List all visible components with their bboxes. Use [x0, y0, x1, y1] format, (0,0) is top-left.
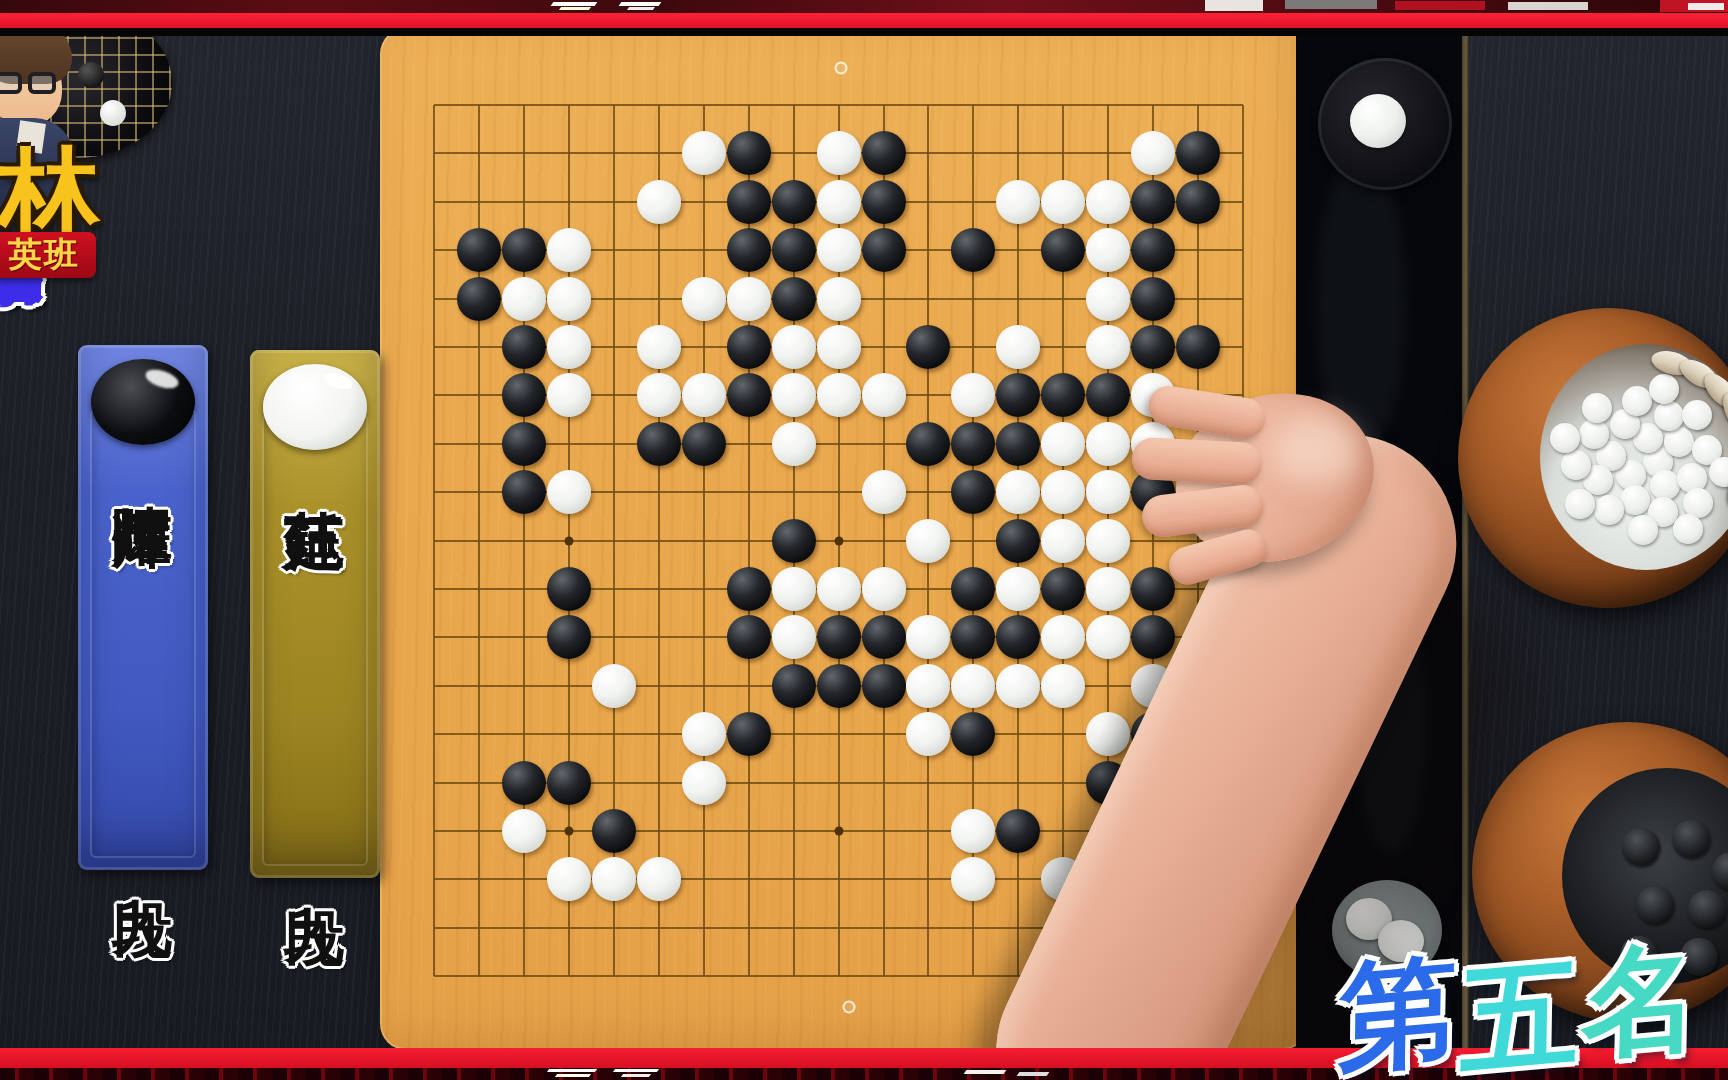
bowl-black-stone	[1622, 828, 1660, 866]
white-stone	[951, 373, 995, 417]
white-stone	[772, 325, 816, 369]
emblem-black-stone	[78, 62, 104, 88]
glitch-artifact	[555, 1074, 591, 1077]
black-stone	[727, 180, 771, 224]
bowl-white-stone	[1649, 374, 1679, 404]
black-stone	[996, 422, 1040, 466]
black-stone	[817, 664, 861, 708]
black-stone	[727, 131, 771, 175]
glitch-artifact	[1395, 1, 1485, 10]
white-stone	[637, 325, 681, 369]
black-player-name: 陳耀燁	[100, 457, 186, 463]
bowl-white-stone	[1650, 470, 1680, 500]
white-stone	[1041, 180, 1085, 224]
white-stone	[1086, 277, 1130, 321]
white-stone	[772, 567, 816, 611]
top-banner-red	[0, 13, 1728, 28]
white-stone	[682, 373, 726, 417]
white-stone	[1086, 422, 1130, 466]
black-stone	[996, 809, 1040, 853]
emblem-white-stone	[100, 100, 126, 126]
black-stone	[682, 422, 726, 466]
white-stone	[1041, 422, 1085, 466]
hand-highlight	[1270, 415, 1360, 485]
star-point	[564, 536, 573, 545]
black-stone	[727, 228, 771, 272]
white-stone	[1086, 712, 1130, 756]
black-stone	[817, 615, 861, 659]
white-player-name: 范廷鈺	[272, 462, 358, 468]
white-stone	[727, 277, 771, 321]
black-stone	[862, 228, 906, 272]
bowl-white-stone	[1664, 427, 1694, 457]
glitch-artifact	[627, 7, 655, 10]
white-stone	[547, 228, 591, 272]
white-stone	[817, 277, 861, 321]
bowl-black-stone	[1636, 886, 1674, 924]
black-stone	[502, 373, 546, 417]
bowl-white-stone	[1673, 514, 1703, 544]
black-stone	[1176, 180, 1220, 224]
white-stone	[682, 761, 726, 805]
black-stone	[502, 325, 546, 369]
ranking-title-char: 第	[1337, 943, 1457, 1080]
white-stone	[637, 373, 681, 417]
white-stone	[547, 373, 591, 417]
white-stone	[951, 664, 995, 708]
black-stone	[862, 664, 906, 708]
black-stone	[637, 422, 681, 466]
black-stone	[1131, 180, 1175, 224]
star-point	[834, 536, 843, 545]
black-stone	[772, 277, 816, 321]
logo-text: 小林	[22, 128, 124, 246]
white-stone	[906, 519, 950, 563]
white-stone	[547, 325, 591, 369]
white-player-plate: 范廷鈺 九段	[250, 350, 380, 878]
white-stone	[1086, 325, 1130, 369]
black-stone	[951, 470, 995, 514]
black-stone	[502, 761, 546, 805]
white-stone	[996, 470, 1040, 514]
white-stone	[682, 712, 726, 756]
white-stone	[772, 615, 816, 659]
white-stone	[817, 228, 861, 272]
glitch-artifact	[613, 1069, 659, 1072]
black-stone	[1131, 228, 1175, 272]
black-stone	[547, 615, 591, 659]
white-stone	[906, 712, 950, 756]
star-point	[834, 827, 843, 836]
board-marker-dot	[843, 1001, 856, 1014]
black-stone	[862, 180, 906, 224]
black-player-plate: 陳耀燁 九段	[78, 345, 208, 870]
glitch-artifact	[1508, 2, 1588, 10]
white-stone	[637, 180, 681, 224]
white-stone	[772, 373, 816, 417]
white-stone	[862, 373, 906, 417]
white-stone	[1086, 615, 1130, 659]
star-point	[564, 827, 573, 836]
board-marker-dot	[835, 62, 848, 75]
glitch-artifact	[1017, 1072, 1050, 1076]
captured-stones-lid-top	[1318, 58, 1452, 190]
bowl-white-stone	[1565, 489, 1595, 519]
glitch-artifact	[964, 1070, 1007, 1074]
white-stone	[547, 857, 591, 901]
white-stone-icon	[263, 364, 367, 450]
black-stone	[862, 131, 906, 175]
black-stone	[727, 615, 771, 659]
glitch-artifact	[551, 2, 598, 6]
black-stone-icon	[91, 359, 195, 445]
white-stone	[996, 664, 1040, 708]
black-stone	[996, 615, 1040, 659]
black-stone	[1131, 615, 1175, 659]
black-stone	[502, 422, 546, 466]
glitch-artifact	[1285, 0, 1377, 9]
black-stone	[727, 712, 771, 756]
bowl-white-stone	[1594, 495, 1624, 525]
white-stone	[817, 325, 861, 369]
white-stone	[682, 131, 726, 175]
black-stone	[996, 519, 1040, 563]
black-stone	[1041, 373, 1085, 417]
black-stone	[457, 228, 501, 272]
white-stone	[1086, 470, 1130, 514]
white-stone	[1041, 470, 1085, 514]
bowl-white-stone	[1620, 485, 1650, 515]
white-stone	[951, 809, 995, 853]
black-stone	[502, 228, 546, 272]
white-stone	[547, 277, 591, 321]
bowl-white-stone	[1582, 393, 1612, 423]
black-stone	[951, 712, 995, 756]
white-stone	[862, 470, 906, 514]
glitch-artifact	[1688, 3, 1724, 10]
bowl-white-stone	[1682, 400, 1712, 430]
white-stone	[1086, 180, 1130, 224]
black-stone	[457, 277, 501, 321]
avatar-glasses-icon	[0, 72, 56, 94]
black-stone	[727, 325, 771, 369]
black-stone	[502, 470, 546, 514]
white-stone	[951, 857, 995, 901]
ranking-title-char: 名	[1581, 929, 1701, 1080]
white-stone	[862, 567, 906, 611]
glitch-artifact	[619, 2, 662, 6]
white-stone	[906, 615, 950, 659]
white-stone	[996, 180, 1040, 224]
white-stone	[817, 131, 861, 175]
white-stone	[502, 809, 546, 853]
black-stone	[772, 664, 816, 708]
black-stone	[951, 422, 995, 466]
white-stone	[906, 664, 950, 708]
black-stone	[1041, 228, 1085, 272]
black-stone	[772, 519, 816, 563]
black-stone	[996, 373, 1040, 417]
glitch-artifact	[1205, 0, 1263, 11]
black-stone	[951, 228, 995, 272]
white-stone	[1041, 664, 1085, 708]
bowl-black-stone	[1712, 852, 1728, 890]
white-stone	[1086, 228, 1130, 272]
bowl-white-stone	[1622, 386, 1652, 416]
white-stone	[996, 567, 1040, 611]
white-stone	[1086, 567, 1130, 611]
black-stone	[1041, 567, 1085, 611]
white-stone	[996, 325, 1040, 369]
top-banner-black	[0, 28, 1728, 36]
glitch-artifact	[559, 7, 591, 10]
black-stone	[951, 567, 995, 611]
channel-logo: 小林 英班	[0, 0, 200, 250]
white-stone	[502, 277, 546, 321]
white-stone	[547, 470, 591, 514]
table-seam	[1462, 33, 1469, 1080]
bowl-white-stone	[1561, 450, 1591, 480]
white-stone	[1131, 131, 1175, 175]
white-stone	[772, 422, 816, 466]
white-stone	[1041, 615, 1085, 659]
black-stone	[547, 761, 591, 805]
black-stone	[772, 228, 816, 272]
black-stone	[727, 373, 771, 417]
captured-white-stone	[1350, 94, 1406, 148]
black-stone	[1131, 277, 1175, 321]
black-stone	[1131, 325, 1175, 369]
black-stone	[1131, 567, 1175, 611]
bowl-white-stone	[1628, 515, 1658, 545]
finger	[1131, 437, 1263, 486]
black-stone	[1176, 325, 1220, 369]
plate-inner-panel	[90, 409, 196, 858]
black-stone	[906, 325, 950, 369]
glitch-artifact	[621, 1074, 651, 1077]
black-stone	[862, 615, 906, 659]
black-stone	[772, 180, 816, 224]
black-stone	[906, 422, 950, 466]
black-stone	[547, 567, 591, 611]
white-stone	[1041, 519, 1085, 563]
white-stone	[1086, 519, 1130, 563]
glitch-artifact	[547, 1069, 597, 1072]
plate-inner-panel	[262, 414, 368, 866]
white-stone	[817, 373, 861, 417]
white-stone	[817, 180, 861, 224]
logo-badge: 英班	[0, 232, 96, 278]
black-stone	[1176, 131, 1220, 175]
bowl-white-stone	[1550, 423, 1580, 453]
black-stone	[592, 809, 636, 853]
white-stone	[592, 664, 636, 708]
white-stone	[592, 857, 636, 901]
white-stone	[682, 277, 726, 321]
black-stone	[727, 567, 771, 611]
white-stone	[637, 857, 681, 901]
black-stone	[1086, 373, 1130, 417]
white-stone	[817, 567, 861, 611]
ranking-title-char: 五	[1460, 946, 1580, 1080]
bowl-black-stone	[1672, 820, 1710, 858]
black-stone	[951, 615, 995, 659]
